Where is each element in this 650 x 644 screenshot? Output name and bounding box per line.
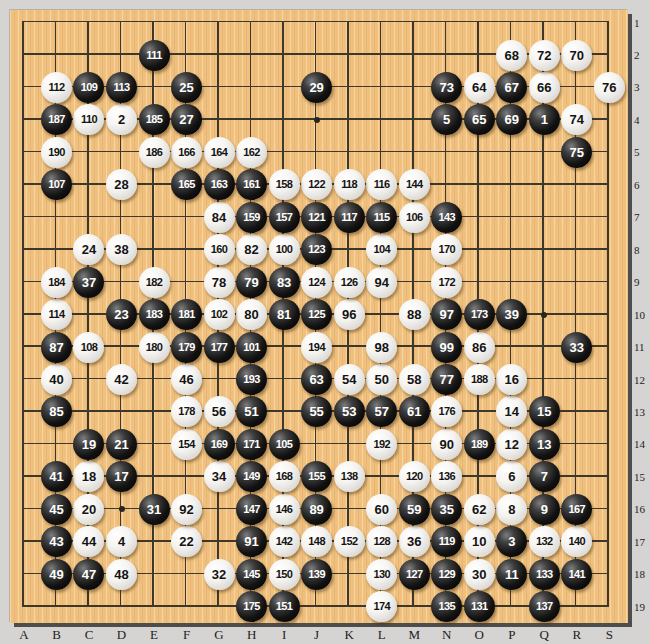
go-stone-white: 114 [41,299,72,330]
go-stone-black: 49 [41,559,72,590]
go-stone-black: 143 [431,202,462,233]
go-stone-black: 137 [529,591,560,622]
column-label: J [306,627,328,643]
go-stone-white: 54 [334,364,365,395]
go-stone-black: 31 [139,494,170,525]
column-label: F [176,627,198,643]
row-label: 11 [634,341,650,353]
go-stone-black: 151 [269,591,300,622]
go-stone-white: 38 [106,234,137,265]
go-stone-white: 186 [139,137,170,168]
go-stone-white: 146 [269,494,300,525]
go-stone-white: 32 [204,559,235,590]
go-stone-white: 68 [496,40,527,71]
go-stone-black: 157 [269,202,300,233]
row-label: 3 [634,81,650,93]
go-stone-black: 183 [139,299,170,330]
go-stone-black: 139 [301,559,332,590]
go-stone-white: 166 [171,137,202,168]
go-stone-white: 50 [366,364,397,395]
go-stone-black: 63 [301,364,332,395]
go-stone-white: 8 [496,494,527,525]
go-stone-white: 106 [399,202,430,233]
go-stone-white: 92 [171,494,202,525]
go-stone-white: 58 [399,364,430,395]
column-label: B [45,627,67,643]
go-stone-black: 25 [171,72,202,103]
go-stone-black: 189 [464,429,495,460]
go-stone-white: 10 [464,526,495,557]
go-stone-black: 21 [106,429,137,460]
star-point [314,117,320,123]
go-stone-black: 141 [561,559,592,590]
go-stone-black: 133 [529,559,560,590]
go-stone-black: 81 [269,299,300,330]
row-label: 4 [634,114,650,126]
go-stone-black: 79 [236,267,267,298]
go-stone-black: 111 [139,40,170,71]
go-stone-white: 108 [73,332,104,363]
go-stone-white: 60 [366,494,397,525]
column-label: K [338,627,360,643]
row-label: 5 [634,146,650,158]
go-stone-black: 59 [399,494,430,525]
column-label: Q [533,627,555,643]
go-game-record-window: 1234567891011121314151617181920212223242… [0,0,650,644]
go-stone-white: 154 [171,429,202,460]
row-label: 10 [634,309,650,321]
go-stone-white: 72 [529,40,560,71]
go-stone-black: 177 [204,332,235,363]
go-stone-white: 84 [204,202,235,233]
column-label: C [78,627,100,643]
go-stone-black: 193 [236,364,267,395]
star-point [119,506,125,512]
go-stone-white: 180 [139,332,170,363]
go-stone-white: 164 [204,137,235,168]
go-stone-black: 105 [269,429,300,460]
row-label: 6 [634,179,650,191]
go-stone-black: 89 [301,494,332,525]
go-stone-white: 160 [204,234,235,265]
column-label: S [598,627,620,643]
go-stone-black: 169 [204,429,235,460]
go-stone-black: 29 [301,72,332,103]
go-stone-white: 40 [41,364,72,395]
go-stone-white: 100 [269,234,300,265]
go-stone-white: 194 [301,332,332,363]
go-stone-black: 67 [496,72,527,103]
row-label: 15 [634,471,650,483]
go-stone-white: 42 [106,364,137,395]
go-stone-white: 64 [464,72,495,103]
go-stone-black: 101 [236,332,267,363]
row-label: 2 [634,49,650,61]
column-label: D [111,627,133,643]
go-stone-black: 15 [529,396,560,427]
go-stone-black: 159 [236,202,267,233]
go-stone-white: 118 [334,169,365,200]
go-stone-black: 121 [301,202,332,233]
go-stone-white: 96 [334,299,365,330]
row-label: 8 [634,244,650,256]
column-label: L [371,627,393,643]
go-stone-white: 120 [399,461,430,492]
go-stone-white: 36 [399,526,430,557]
column-label: P [501,627,523,643]
go-stone-black: 163 [204,169,235,200]
go-stone-black: 61 [399,396,430,427]
row-label: 7 [634,211,650,223]
go-stone-white: 30 [464,559,495,590]
go-stone-white: 158 [269,169,300,200]
go-stone-black: 13 [529,429,560,460]
go-stone-black: 37 [73,267,104,298]
go-stone-white: 190 [41,137,72,168]
go-stone-black: 33 [561,332,592,363]
go-stone-black: 145 [236,559,267,590]
row-label: 13 [634,406,650,418]
star-point [541,312,547,318]
go-stone-white: 70 [561,40,592,71]
go-stone-black: 35 [431,494,462,525]
go-stone-black: 53 [334,396,365,427]
go-stone-black: 65 [464,104,495,135]
go-stone-white: 142 [269,526,300,557]
go-stone-black: 173 [464,299,495,330]
go-stone-black: 83 [269,267,300,298]
go-stone-black: 127 [399,559,430,590]
row-label: 19 [634,601,650,613]
go-stone-white: 102 [204,299,235,330]
row-label: 9 [634,276,650,288]
row-label: 17 [634,536,650,548]
column-label: O [468,627,490,643]
go-stone-black: 43 [41,526,72,557]
go-stone-black: 11 [496,559,527,590]
go-stone-white: 162 [236,137,267,168]
go-stone-black: 113 [106,72,137,103]
go-stone-white: 94 [366,267,397,298]
go-stone-white: 150 [269,559,300,590]
column-label: G [208,627,230,643]
go-stone-black: 171 [236,429,267,460]
go-stone-white: 62 [464,494,495,525]
go-stone-white: 188 [464,364,495,395]
row-label: 1 [634,17,650,29]
go-stone-white: 138 [334,461,365,492]
go-stone-black: 99 [431,332,462,363]
go-stone-white: 192 [366,429,397,460]
column-label: N [436,627,458,643]
go-stone-white: 172 [431,267,462,298]
go-stone-black: 175 [236,591,267,622]
go-stone-black: 47 [73,559,104,590]
go-stone-white: 182 [139,267,170,298]
go-stone-white: 184 [41,267,72,298]
go-stone-black: 77 [431,364,462,395]
go-stone-white: 46 [171,364,202,395]
go-stone-black: 23 [106,299,137,330]
go-stone-black: 185 [139,104,170,135]
go-stone-white: 112 [41,72,72,103]
go-stone-black: 135 [431,591,462,622]
column-label: I [273,627,295,643]
go-stone-white: 56 [204,396,235,427]
go-stone-white: 12 [496,429,527,460]
row-label: 14 [634,438,650,450]
go-stone-black: 117 [334,202,365,233]
go-stone-white: 66 [529,72,560,103]
row-label: 18 [634,568,650,580]
column-label: M [403,627,425,643]
go-stone-white: 130 [366,559,397,590]
row-label: 12 [634,374,650,386]
go-stone-white: 98 [366,332,397,363]
go-stone-black: 45 [41,494,72,525]
go-stone-black: 87 [41,332,72,363]
go-stone-white: 152 [334,526,365,557]
go-stone-black: 7 [529,461,560,492]
go-stone-white: 174 [366,591,397,622]
go-stone-white: 78 [204,267,235,298]
go-stone-black: 147 [236,494,267,525]
go-stone-black: 9 [529,494,560,525]
go-stone-black: 1 [529,104,560,135]
go-stone-white: 88 [399,299,430,330]
column-label: A [13,627,35,643]
go-stone-black: 131 [464,591,495,622]
go-stone-black: 181 [171,299,202,330]
go-stone-black: 115 [366,202,397,233]
row-label: 16 [634,503,650,515]
go-stone-white: 76 [594,72,625,103]
go-stone-black: 75 [561,137,592,168]
go-stone-white: 48 [106,559,137,590]
go-stone-black: 73 [431,72,462,103]
go-stone-white: 124 [301,267,332,298]
go-stone-white: 126 [334,267,365,298]
go-stone-black: 167 [561,494,592,525]
go-stone-white: 144 [399,169,430,200]
go-stone-white: 86 [464,332,495,363]
column-label: E [143,627,165,643]
go-stone-black: 129 [431,559,462,590]
go-stone-white: 168 [269,461,300,492]
go-stone-white: 80 [236,299,267,330]
go-stone-white: 90 [431,429,462,460]
column-label: R [566,627,588,643]
go-stone-white: 132 [529,526,560,557]
go-stone-white: 34 [204,461,235,492]
go-stone-black: 179 [171,332,202,363]
column-label: H [241,627,263,643]
go-board[interactable]: 1234567891011121314151617181920212223242… [10,10,628,623]
go-stone-black: 125 [301,299,332,330]
